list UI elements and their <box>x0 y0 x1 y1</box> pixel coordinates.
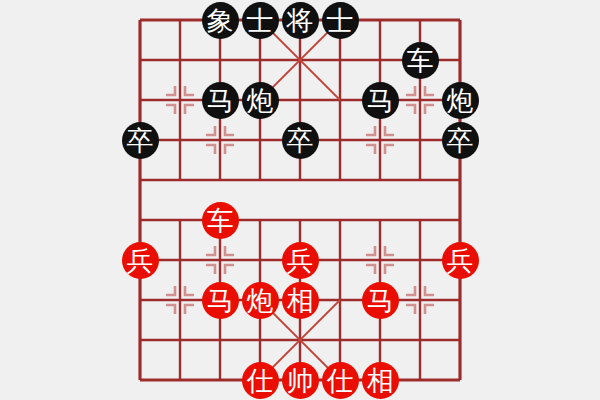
piece-red-pawn[interactable]: 兵 <box>442 242 479 279</box>
piece-black-horse[interactable]: 马 <box>202 82 239 119</box>
piece-black-advisor[interactable]: 士 <box>242 2 279 39</box>
piece-red-horse[interactable]: 马 <box>362 282 399 319</box>
piece-black-chariot[interactable]: 车 <box>402 42 439 79</box>
xiangqi-board: 象士将士车马炮马炮卒卒卒车兵兵兵马炮相马仕帅仕相 <box>0 0 600 400</box>
piece-black-pawn[interactable]: 卒 <box>442 122 479 159</box>
piece-red-cannon[interactable]: 炮 <box>242 282 279 319</box>
piece-black-cannon[interactable]: 炮 <box>242 82 279 119</box>
piece-red-horse[interactable]: 马 <box>202 282 239 319</box>
piece-black-elephant[interactable]: 象 <box>202 2 239 39</box>
piece-red-elephant[interactable]: 相 <box>282 282 319 319</box>
piece-black-advisor[interactable]: 士 <box>322 2 359 39</box>
piece-red-chariot[interactable]: 车 <box>202 202 239 239</box>
piece-grid: 象士将士车马炮马炮卒卒卒车兵兵兵马炮相马仕帅仕相 <box>120 0 480 400</box>
piece-red-pawn[interactable]: 兵 <box>122 242 159 279</box>
piece-black-general[interactable]: 将 <box>282 2 319 39</box>
piece-black-pawn[interactable]: 卒 <box>122 122 159 159</box>
piece-black-cannon[interactable]: 炮 <box>442 82 479 119</box>
piece-red-advisor[interactable]: 仕 <box>322 362 359 399</box>
piece-black-pawn[interactable]: 卒 <box>282 122 319 159</box>
piece-red-elephant[interactable]: 相 <box>362 362 399 399</box>
piece-red-general[interactable]: 帅 <box>282 362 319 399</box>
piece-red-advisor[interactable]: 仕 <box>242 362 279 399</box>
piece-black-horse[interactable]: 马 <box>362 82 399 119</box>
piece-red-pawn[interactable]: 兵 <box>282 242 319 279</box>
